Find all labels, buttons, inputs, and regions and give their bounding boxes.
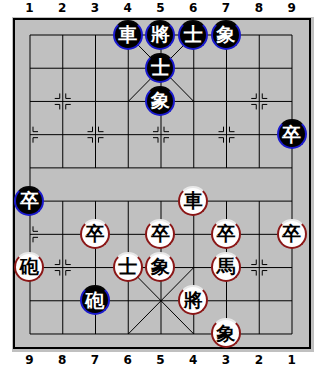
file-label-top: 3 xyxy=(79,0,112,16)
file-label-bottom: 3 xyxy=(210,352,243,368)
red-cannon[interactable]: 砲 xyxy=(14,252,44,282)
black-chariot[interactable]: 車 xyxy=(113,20,143,50)
xiangqi-app: 123456789 車將士象士象卒卒砲車卒卒卒卒砲士象馬將象 987654321 xyxy=(0,0,324,370)
black-advisor[interactable]: 士 xyxy=(145,53,175,83)
red-elephant[interactable]: 象 xyxy=(211,318,241,348)
file-label-bottom: 8 xyxy=(46,352,79,368)
file-label-bottom: 9 xyxy=(13,352,46,368)
bottom-file-labels: 987654321 xyxy=(13,352,308,368)
pieces-layer: 車將士象士象卒卒砲車卒卒卒卒砲士象馬將象 xyxy=(13,18,308,350)
red-general[interactable]: 將 xyxy=(178,285,208,315)
black-elephant[interactable]: 象 xyxy=(145,86,175,116)
file-label-top: 6 xyxy=(177,0,210,16)
file-label-top: 7 xyxy=(210,0,243,16)
red-soldier[interactable]: 卒 xyxy=(211,219,241,249)
file-label-bottom: 1 xyxy=(275,352,308,368)
file-label-top: 1 xyxy=(13,0,46,16)
red-soldier[interactable]: 卒 xyxy=(80,219,110,249)
red-soldier[interactable]: 卒 xyxy=(277,219,307,249)
black-soldier[interactable]: 卒 xyxy=(14,186,44,216)
file-label-top: 5 xyxy=(144,0,177,16)
xiangqi-board[interactable]: 車將士象士象卒卒砲車卒卒卒卒砲士象馬將象 xyxy=(12,17,314,352)
file-label-bottom: 2 xyxy=(242,352,275,368)
file-label-bottom: 7 xyxy=(79,352,112,368)
file-label-top: 4 xyxy=(111,0,144,16)
file-label-bottom: 4 xyxy=(177,352,210,368)
red-elephant[interactable]: 象 xyxy=(145,252,175,282)
file-label-top: 2 xyxy=(46,0,79,16)
black-elephant[interactable]: 象 xyxy=(211,20,241,50)
top-file-labels: 123456789 xyxy=(13,0,308,16)
file-label-top: 9 xyxy=(275,0,308,16)
black-advisor[interactable]: 士 xyxy=(178,20,208,50)
black-general[interactable]: 將 xyxy=(145,20,175,50)
file-label-top: 8 xyxy=(242,0,275,16)
red-soldier[interactable]: 卒 xyxy=(145,219,175,249)
file-label-bottom: 5 xyxy=(144,352,177,368)
red-horse[interactable]: 馬 xyxy=(211,252,241,282)
file-label-bottom: 6 xyxy=(111,352,144,368)
black-cannon[interactable]: 砲 xyxy=(80,285,110,315)
red-advisor[interactable]: 士 xyxy=(113,252,143,282)
black-soldier[interactable]: 卒 xyxy=(277,119,307,149)
red-chariot[interactable]: 車 xyxy=(178,186,208,216)
